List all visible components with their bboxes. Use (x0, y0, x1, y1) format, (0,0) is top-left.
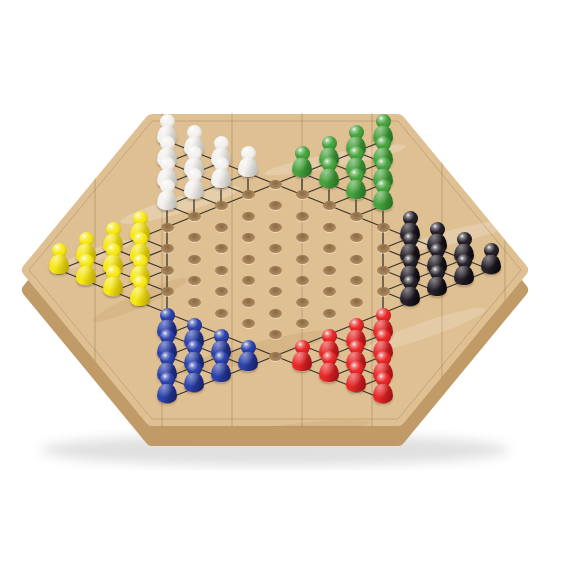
peg-black[interactable] (426, 265, 448, 296)
peg-yellow[interactable] (48, 243, 70, 274)
peg-black[interactable] (453, 254, 475, 285)
peg-white[interactable] (183, 168, 205, 199)
peg-green[interactable] (372, 179, 394, 210)
peg-red[interactable] (372, 372, 394, 403)
peg-blue[interactable] (210, 351, 232, 382)
peg-green[interactable] (345, 168, 367, 199)
peg-red[interactable] (345, 361, 367, 392)
peg-green[interactable] (291, 146, 313, 177)
peg-white[interactable] (210, 157, 232, 188)
peg-green[interactable] (318, 157, 340, 188)
pegs-layer (0, 0, 580, 580)
product-photo-stage (0, 0, 580, 580)
peg-yellow[interactable] (75, 254, 97, 285)
peg-black[interactable] (399, 275, 421, 306)
peg-red[interactable] (318, 351, 340, 382)
peg-white[interactable] (237, 146, 259, 177)
peg-white[interactable] (156, 179, 178, 210)
peg-blue[interactable] (156, 372, 178, 403)
peg-red[interactable] (291, 340, 313, 371)
peg-blue[interactable] (183, 361, 205, 392)
peg-yellow[interactable] (129, 275, 151, 306)
peg-blue[interactable] (237, 340, 259, 371)
peg-yellow[interactable] (102, 265, 124, 296)
chinese-checkers-board (0, 0, 580, 580)
peg-black[interactable] (480, 243, 502, 274)
